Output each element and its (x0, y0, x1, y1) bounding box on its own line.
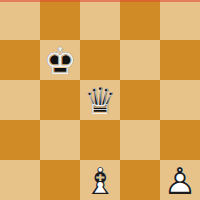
square-r0-c1[interactable] (40, 0, 80, 40)
square-r4-c2[interactable]: ♝♗ (80, 160, 120, 200)
square-r2-c3[interactable] (120, 80, 160, 120)
square-r3-c1[interactable] (40, 120, 80, 160)
white-pawn[interactable]: ♟♙ (160, 160, 200, 200)
screenshot-root: ♚♔♛♕♝♗♟♙ (0, 0, 200, 200)
black-queen[interactable]: ♛♕ (80, 80, 120, 120)
white-bishop[interactable]: ♝♗ (80, 160, 120, 200)
white-bishop-outline-glyph: ♗ (80, 160, 120, 200)
square-r3-c0[interactable] (0, 120, 40, 160)
square-r1-c0[interactable] (0, 40, 40, 80)
square-r1-c2[interactable] (80, 40, 120, 80)
square-r3-c2[interactable] (80, 120, 120, 160)
square-r1-c3[interactable] (120, 40, 160, 80)
black-queen-outline-glyph: ♕ (80, 80, 120, 120)
square-r2-c2[interactable]: ♛♕ (80, 80, 120, 120)
square-r0-c2[interactable] (80, 0, 120, 40)
black-king[interactable]: ♚♔ (40, 40, 80, 80)
chess-board: ♚♔♛♕♝♗♟♙ (0, 0, 200, 200)
square-r3-c4[interactable] (160, 120, 200, 160)
square-r4-c4[interactable]: ♟♙ (160, 160, 200, 200)
square-r1-c1[interactable]: ♚♔ (40, 40, 80, 80)
square-r4-c0[interactable] (0, 160, 40, 200)
white-pawn-outline-glyph: ♙ (160, 160, 200, 200)
square-r2-c0[interactable] (0, 80, 40, 120)
square-r4-c1[interactable] (40, 160, 80, 200)
square-r2-c1[interactable] (40, 80, 80, 120)
square-r4-c3[interactable] (120, 160, 160, 200)
square-r0-c3[interactable] (120, 0, 160, 40)
square-r0-c4[interactable] (160, 0, 200, 40)
square-r3-c3[interactable] (120, 120, 160, 160)
square-r1-c4[interactable] (160, 40, 200, 80)
square-r2-c4[interactable] (160, 80, 200, 120)
black-king-outline-glyph: ♔ (40, 40, 80, 80)
square-r0-c0[interactable] (0, 0, 40, 40)
